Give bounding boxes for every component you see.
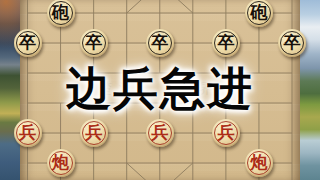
piece-glyph: 炮 xyxy=(245,149,273,177)
piece-black-砲[interactable]: 砲 xyxy=(47,0,75,27)
piece-glyph: 卒 xyxy=(212,29,240,57)
piece-glyph: 兵 xyxy=(80,119,108,147)
piece-glyph: 兵 xyxy=(146,119,174,147)
piece-black-卒[interactable]: 卒 xyxy=(146,29,174,57)
piece-red-兵[interactable]: 兵 xyxy=(212,119,240,147)
piece-glyph: 砲 xyxy=(245,0,273,27)
piece-black-卒[interactable]: 卒 xyxy=(14,29,42,57)
piece-glyph: 兵 xyxy=(14,119,42,147)
piece-glyph: 炮 xyxy=(47,149,75,177)
piece-glyph: 卒 xyxy=(14,29,42,57)
piece-black-卒[interactable]: 卒 xyxy=(212,29,240,57)
piece-black-卒[interactable]: 卒 xyxy=(278,29,306,57)
piece-red-炮[interactable]: 炮 xyxy=(245,149,273,177)
piece-red-兵[interactable]: 兵 xyxy=(146,119,174,147)
piece-glyph: 卒 xyxy=(80,29,108,57)
piece-black-砲[interactable]: 砲 xyxy=(245,0,273,27)
piece-glyph: 砲 xyxy=(47,0,75,27)
piece-red-兵[interactable]: 兵 xyxy=(14,119,42,147)
piece-glyph: 卒 xyxy=(146,29,174,57)
caption-title: 边兵急进 xyxy=(0,66,320,111)
piece-black-卒[interactable]: 卒 xyxy=(80,29,108,57)
piece-red-炮[interactable]: 炮 xyxy=(47,149,75,177)
xiangqi-thumbnail: 楚河 汉界 砲砲卒卒卒卒卒兵兵兵兵炮炮 边兵急进 xyxy=(0,0,320,180)
piece-glyph: 卒 xyxy=(278,29,306,57)
piece-red-兵[interactable]: 兵 xyxy=(80,119,108,147)
piece-glyph: 兵 xyxy=(212,119,240,147)
